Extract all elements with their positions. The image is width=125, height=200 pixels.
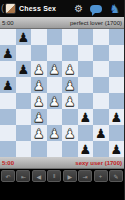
- square-e8[interactable]: [62, 29, 78, 45]
- square-h7[interactable]: [109, 45, 125, 61]
- square-f7[interactable]: [78, 45, 94, 61]
- square-h1[interactable]: ♟: [109, 141, 125, 157]
- piece-knight-icon[interactable]: ♞: [109, 3, 120, 15]
- square-d3[interactable]: [47, 109, 63, 125]
- black-pawn: ♟: [17, 63, 29, 76]
- white-pawn: ♟: [48, 95, 60, 108]
- square-f2[interactable]: [78, 125, 94, 141]
- square-a7[interactable]: ♟: [0, 45, 16, 61]
- white-pawn: ♟: [48, 127, 60, 140]
- square-c5[interactable]: ♟: [31, 77, 47, 93]
- white-pawn: ♟: [33, 111, 45, 124]
- black-pawn: ♟: [110, 111, 122, 124]
- square-d2[interactable]: ♟: [47, 125, 63, 141]
- black-pawn: ♟: [17, 31, 29, 44]
- square-h5[interactable]: [109, 77, 125, 93]
- square-c8[interactable]: [31, 29, 47, 45]
- square-g7[interactable]: [93, 45, 109, 61]
- square-a5[interactable]: ♟: [0, 77, 16, 93]
- opponent-name: perfect lover (1700): [70, 20, 122, 26]
- square-b1[interactable]: [16, 141, 32, 157]
- square-g3[interactable]: [93, 109, 109, 125]
- white-pawn: ♟: [33, 95, 45, 108]
- chess-board: ♟♟♟♟♟♟♟♟♟♟♟♟♟♟♟♟♟♟♟♟♟: [0, 29, 124, 157]
- square-f3[interactable]: ♟: [78, 109, 94, 125]
- black-pawn: ♟: [79, 143, 91, 156]
- nav-toolbar: ↶⇤◀‖▶⇥+✎: [0, 168, 124, 184]
- square-b6[interactable]: ♟: [16, 61, 32, 77]
- square-b7[interactable]: [16, 45, 32, 61]
- settings-gear-icon[interactable]: ⚙: [74, 4, 83, 14]
- add-button[interactable]: +: [94, 170, 108, 182]
- white-pawn: ♟: [64, 95, 76, 108]
- square-h8[interactable]: [109, 29, 125, 45]
- flip-board-button[interactable]: ↶: [1, 170, 15, 182]
- white-pawn: ♟: [64, 79, 76, 92]
- square-d8[interactable]: [47, 29, 63, 45]
- app-icon[interactable]: [5, 3, 16, 14]
- square-c4[interactable]: ♟: [31, 93, 47, 109]
- app-screen: ( Chess Sex ⚙ ♞ 5:00 perfect lover (1700…: [0, 0, 124, 200]
- square-e4[interactable]: ♟: [62, 93, 78, 109]
- square-g8[interactable]: [93, 29, 109, 45]
- black-pawn: ♟: [2, 79, 14, 92]
- black-pawn: ♟: [2, 47, 14, 60]
- square-b8[interactable]: ♟: [16, 29, 32, 45]
- square-b4[interactable]: [16, 93, 32, 109]
- square-f8[interactable]: [78, 29, 94, 45]
- pause-button[interactable]: ‖: [47, 170, 61, 182]
- square-d6[interactable]: ♟: [47, 61, 63, 77]
- white-pawn: ♟: [33, 79, 45, 92]
- square-g5[interactable]: [93, 77, 109, 93]
- white-pawn: ♟: [64, 63, 76, 76]
- square-c1[interactable]: [31, 141, 47, 157]
- player-clock: 5:00: [2, 160, 14, 166]
- square-h4[interactable]: [109, 93, 125, 109]
- square-e1[interactable]: [62, 141, 78, 157]
- square-h6[interactable]: [109, 61, 125, 77]
- opponent-info-bar: 5:00 perfect lover (1700): [0, 17, 124, 29]
- edit-button[interactable]: ✎: [109, 170, 123, 182]
- square-c2[interactable]: ♟: [31, 125, 47, 141]
- first-move-button[interactable]: ⇤: [16, 170, 30, 182]
- square-e7[interactable]: [62, 45, 78, 61]
- square-g6[interactable]: [93, 61, 109, 77]
- prev-move-button[interactable]: ◀: [32, 170, 46, 182]
- square-b5[interactable]: [16, 77, 32, 93]
- black-pawn: ♟: [95, 127, 107, 140]
- square-a4[interactable]: [0, 93, 16, 109]
- square-e6[interactable]: ♟: [62, 61, 78, 77]
- white-pawn: ♟: [33, 63, 45, 76]
- square-d7[interactable]: [47, 45, 63, 61]
- black-pawn: ♟: [79, 111, 91, 124]
- square-f6[interactable]: [78, 61, 94, 77]
- square-d1[interactable]: [47, 141, 63, 157]
- square-a1[interactable]: [0, 141, 16, 157]
- player-name: sexy user (1700): [75, 160, 122, 166]
- black-pawn: ♟: [110, 143, 122, 156]
- square-a6[interactable]: [0, 61, 16, 77]
- chat-bubble-icon[interactable]: [90, 5, 102, 13]
- square-d4[interactable]: ♟: [47, 93, 63, 109]
- square-h3[interactable]: ♟: [109, 109, 125, 125]
- square-c7[interactable]: [31, 45, 47, 61]
- square-c6[interactable]: ♟: [31, 61, 47, 77]
- square-d5[interactable]: [47, 77, 63, 93]
- opponent-clock: 5:00: [2, 20, 14, 26]
- square-a3[interactable]: [0, 109, 16, 125]
- square-a8[interactable]: [0, 29, 16, 45]
- back-icon[interactable]: (: [1, 0, 4, 17]
- white-pawn: ♟: [64, 127, 76, 140]
- square-h2[interactable]: [109, 125, 125, 141]
- square-g4[interactable]: [93, 93, 109, 109]
- square-b3[interactable]: [16, 109, 32, 125]
- last-move-button[interactable]: ⇥: [78, 170, 92, 182]
- square-g2[interactable]: ♟: [93, 125, 109, 141]
- square-e3[interactable]: [62, 109, 78, 125]
- square-e2[interactable]: ♟: [62, 125, 78, 141]
- square-e5[interactable]: ♟: [62, 77, 78, 93]
- action-bar: ( Chess Sex ⚙ ♞: [0, 0, 124, 17]
- white-pawn: ♟: [33, 127, 45, 140]
- next-move-button[interactable]: ▶: [63, 170, 77, 182]
- square-f4[interactable]: [78, 93, 94, 109]
- app-title: Chess Sex: [19, 5, 56, 12]
- square-a2[interactable]: [0, 125, 16, 141]
- white-pawn: ♟: [48, 63, 60, 76]
- square-f5[interactable]: [78, 77, 94, 93]
- square-g1[interactable]: [93, 141, 109, 157]
- square-b2[interactable]: [16, 125, 32, 141]
- square-f1[interactable]: ♟: [78, 141, 94, 157]
- actionbar-icons: ⚙ ♞: [74, 3, 124, 15]
- square-c3[interactable]: ♟: [31, 109, 47, 125]
